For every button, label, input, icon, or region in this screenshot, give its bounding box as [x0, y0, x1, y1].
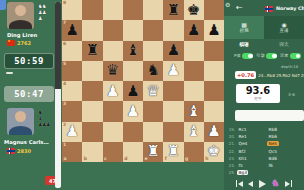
- move-white[interactable]: Re1: [237, 134, 248, 139]
- square-c4[interactable]: ♟: [103, 81, 123, 101]
- eval-bar-black-portion: [55, 2, 61, 89]
- square-f6[interactable]: ♟: [163, 41, 183, 61]
- white-piece-p-d3: ♟: [126, 103, 139, 118]
- square-c5[interactable]: ♛: [103, 61, 123, 81]
- move-black[interactable]: Ne5: [267, 141, 279, 146]
- square-a8[interactable]: 8: [62, 0, 82, 20]
- clock-tick-indicator: [6, 72, 13, 74]
- square-g2[interactable]: ♝: [184, 122, 204, 142]
- file-label: f: [165, 157, 167, 162]
- square-h5[interactable]: [204, 61, 224, 81]
- best-move-bar: [235, 110, 304, 121]
- square-b1[interactable]: b: [82, 142, 102, 162]
- square-c1[interactable]: c: [103, 142, 123, 162]
- move-row: 24.f5f6: [224, 162, 304, 169]
- move-white[interactable]: Kh1: [237, 156, 248, 161]
- skip-start-button[interactable]: [236, 180, 243, 187]
- black-piece-q-c5: ♛: [106, 63, 119, 78]
- rank-label: 5: [63, 62, 66, 67]
- white-piece-p-f5: ♟: [167, 63, 180, 78]
- square-a5[interactable]: 5: [62, 61, 82, 81]
- black-piece-p-g7: ♟: [187, 22, 200, 37]
- square-g6[interactable]: [184, 41, 204, 61]
- square-a1[interactable]: 1a: [62, 142, 82, 162]
- square-d4[interactable]: ♟: [123, 81, 143, 101]
- bottom-player-rating: 2830: [17, 148, 31, 154]
- square-d3[interactable]: ♟: [123, 101, 143, 121]
- score-note: 3-6: [288, 92, 295, 97]
- square-a3[interactable]: 3: [62, 101, 82, 121]
- prev-button[interactable]: [248, 181, 253, 187]
- white-piece-k-h1: ♚: [207, 144, 220, 159]
- square-e3[interactable]: [143, 101, 163, 121]
- white-piece-r-f1: ♜: [167, 144, 180, 159]
- square-d2[interactable]: [123, 122, 143, 142]
- file-label: h: [205, 157, 208, 162]
- captured-row: ♟: [38, 15, 54, 21]
- move-black[interactable]: Rb8: [267, 127, 278, 132]
- square-e8[interactable]: [143, 0, 163, 20]
- black-piece-p-d4: ♟: [126, 83, 139, 98]
- event-title: Norway Che: [276, 6, 304, 11]
- toggle-1[interactable]: [266, 53, 277, 59]
- square-h6[interactable]: [204, 41, 224, 61]
- square-e1[interactable]: ♜e: [143, 142, 163, 162]
- eval-score-badge: +0.76: [235, 71, 256, 79]
- square-c3[interactable]: [103, 101, 123, 121]
- black-piece-r-f8: ♜: [167, 2, 180, 17]
- captured-pieces-bottom: ♞♝♟♟♟: [38, 109, 54, 127]
- square-g3[interactable]: ♝: [184, 101, 204, 121]
- square-f4[interactable]: [163, 81, 183, 101]
- square-d8[interactable]: [123, 0, 143, 20]
- square-f2[interactable]: [163, 122, 183, 142]
- white-piece-b-g3: ♝: [187, 103, 200, 118]
- square-e7[interactable]: [143, 20, 163, 40]
- toggle-2[interactable]: [290, 53, 301, 59]
- move-white[interactable]: Bg3: [237, 170, 248, 175]
- file-label: e: [145, 157, 148, 162]
- move-white[interactable]: Bf2: [237, 149, 247, 154]
- analysis-panel: ⚙ ← Norway Che ▦棋局◉直播 棋谱聊天 P值引擎深度 depth:…: [224, 0, 304, 190]
- white-piece-p-h2: ♟: [207, 124, 220, 139]
- rank-label: 1: [63, 143, 66, 148]
- gear-icon[interactable]: ⚙: [225, 1, 230, 8]
- win-rate-card: 93.6 胜率: [236, 84, 280, 103]
- square-b5[interactable]: [82, 61, 102, 81]
- move-row: 23.Kh1Bd6: [224, 155, 304, 162]
- black-piece-b-d6: ♝: [126, 43, 139, 58]
- square-d6[interactable]: ♝: [123, 41, 143, 61]
- skip-end-button[interactable]: [285, 180, 292, 187]
- move-black[interactable]: Rb6: [267, 134, 278, 139]
- square-e6[interactable]: [143, 41, 163, 61]
- move-row: 19.Rc1Rb8: [224, 126, 304, 133]
- move-black[interactable]: Bd6: [267, 156, 278, 161]
- square-f8[interactable]: ♜: [163, 0, 183, 20]
- captured-row: ♟♟♟: [38, 121, 54, 127]
- engine-depth-caption: depth:18: [281, 64, 298, 69]
- black-piece-p-a7: ♟: [65, 22, 78, 37]
- playback-toolbar: ♞: [224, 179, 304, 188]
- flag-china-icon: [7, 40, 15, 46]
- white-piece-r-e1: ♜: [146, 144, 159, 159]
- play-button[interactable]: [259, 180, 266, 188]
- square-f5[interactable]: ♟: [163, 61, 183, 81]
- engine-knight-button[interactable]: ♞: [271, 179, 279, 188]
- square-b8[interactable]: [82, 0, 102, 20]
- square-c7[interactable]: [103, 20, 123, 40]
- file-label: b: [84, 157, 87, 162]
- chess-board[interactable]: 8♜♚♟7♟♟6♜♝♟5♛♞♟4♟♟♛3♟♝♟2♝♟1abcd♜e♜fg♚h: [62, 0, 224, 162]
- rank-label: 3: [63, 102, 66, 107]
- engine-pv-line: 24...Rb8 25.Rb2 Nd7 26.Qg4: [258, 73, 304, 78]
- square-f1[interactable]: ♜f: [163, 142, 183, 162]
- move-black[interactable]: Qc5: [267, 149, 278, 154]
- square-b6[interactable]: ♜: [82, 41, 102, 61]
- move-row: 21.Qe4Ne5: [224, 140, 304, 147]
- panel-tabs: ▦棋局◉直播: [224, 16, 304, 39]
- file-label: a: [64, 157, 67, 162]
- panel-subtabs: 棋谱聊天: [224, 41, 304, 47]
- square-b2[interactable]: [82, 122, 102, 142]
- square-e4[interactable]: ♛: [143, 81, 163, 101]
- square-b4[interactable]: [82, 81, 102, 101]
- top-player-name: Ding Liren: [7, 32, 59, 38]
- captured-pieces-top: ♞♞♟♟♟: [38, 3, 54, 21]
- move-row: 22.Bf2Qc5: [224, 148, 304, 155]
- white-piece-p-c4: ♟: [106, 83, 119, 98]
- black-piece-p-f6: ♟: [167, 43, 180, 58]
- square-e5[interactable]: ♞: [143, 61, 163, 81]
- square-d5[interactable]: [123, 61, 143, 81]
- file-label: g: [185, 157, 188, 162]
- square-g5[interactable]: [184, 61, 204, 81]
- square-g1[interactable]: g: [184, 142, 204, 162]
- square-g8[interactable]: ♚: [184, 0, 204, 20]
- square-g4[interactable]: [184, 81, 204, 101]
- square-c6[interactable]: [103, 41, 123, 61]
- rank-label: 8: [63, 1, 66, 6]
- file-label: d: [124, 157, 127, 162]
- square-a7[interactable]: ♟7: [62, 20, 82, 40]
- square-b7[interactable]: [82, 20, 102, 40]
- black-piece-k-g8: ♚: [187, 2, 200, 17]
- square-b3[interactable]: [82, 101, 102, 121]
- move-white[interactable]: Rc1: [237, 127, 248, 132]
- square-h7[interactable]: ♟: [204, 20, 224, 40]
- toggle-0[interactable]: [242, 53, 253, 59]
- square-a4[interactable]: 4: [62, 81, 82, 101]
- white-piece-q-e4: ♛: [146, 83, 159, 98]
- square-g7[interactable]: ♟: [184, 20, 204, 40]
- square-d1[interactable]: d: [123, 142, 143, 162]
- white-piece-p-a2: ♟: [65, 124, 78, 139]
- back-arrow-icon[interactable]: ←: [236, 3, 243, 12]
- win-rate-caption: 胜率: [254, 97, 262, 101]
- move-row: 25.Bg3: [224, 169, 304, 176]
- square-c8[interactable]: [103, 0, 123, 20]
- square-h2[interactable]: ♟: [204, 122, 224, 142]
- square-d7[interactable]: [123, 20, 143, 40]
- move-row: 20.Re1Rb6: [224, 133, 304, 140]
- square-a2[interactable]: ♟2: [62, 122, 82, 142]
- subtab-1[interactable]: 聊天: [279, 41, 289, 47]
- avatar-top-player: [7, 2, 34, 29]
- square-h1[interactable]: ♚h: [204, 142, 224, 162]
- square-h4[interactable]: [204, 81, 224, 101]
- rank-label: 4: [63, 82, 66, 87]
- move-black[interactable]: f6: [267, 163, 274, 168]
- tab-live[interactable]: ◉直播: [264, 16, 304, 39]
- avatar-bottom-player: [7, 108, 34, 135]
- square-a6[interactable]: 6: [62, 41, 82, 61]
- rank-label: 6: [63, 42, 66, 47]
- win-rate-value: 93.6: [246, 86, 271, 96]
- clock-top-player: 50:59: [4, 53, 54, 69]
- rank-label: 2: [63, 123, 66, 128]
- move-white[interactable]: Qe4: [237, 141, 249, 146]
- eval-bar: [55, 2, 61, 188]
- clock-bottom-player: 50:47: [4, 86, 54, 102]
- square-h3[interactable]: [204, 101, 224, 121]
- square-c2[interactable]: [103, 122, 123, 142]
- top-player-rating: 2762: [17, 40, 31, 46]
- black-piece-p-h7: ♟: [207, 22, 220, 37]
- subtab-0[interactable]: 棋谱: [239, 41, 249, 47]
- file-label: c: [104, 157, 107, 162]
- board-grid-icon: ▦: [241, 22, 247, 28]
- flag-norway-icon: [7, 148, 15, 154]
- move-white[interactable]: f5: [237, 163, 244, 168]
- settings-toggles: P值引擎深度: [234, 53, 304, 59]
- live-signal-icon: ◉: [281, 22, 286, 28]
- square-h8[interactable]: [204, 0, 224, 20]
- bottom-player-name: Magnus Carls…: [4, 139, 56, 145]
- app-corner-icon: [0, 0, 6, 10]
- square-f3[interactable]: [163, 101, 183, 121]
- tab-game[interactable]: ▦棋局: [224, 16, 264, 39]
- square-e2[interactable]: [143, 122, 163, 142]
- black-piece-r-b6: ♜: [86, 43, 99, 58]
- white-piece-b-g2: ♝: [187, 124, 200, 139]
- event-flag-icon: [265, 6, 273, 12]
- move-list: 19.Rc1Rb820.Re1Rb621.Qe4Ne522.Bf2Qc523.K…: [224, 126, 304, 176]
- black-piece-n-e5: ♞: [146, 63, 159, 78]
- move-black[interactable]: [267, 170, 270, 175]
- rank-label: 7: [63, 21, 66, 26]
- square-f7[interactable]: [163, 20, 183, 40]
